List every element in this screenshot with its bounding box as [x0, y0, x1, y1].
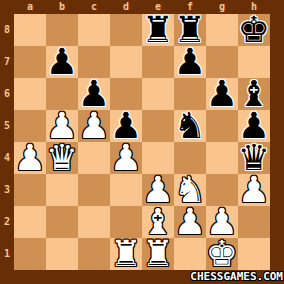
black-king[interactable]: ♚	[238, 14, 270, 46]
chessgames-watermark: CHESSGAMES.COM	[190, 271, 283, 283]
square-b2[interactable]	[46, 206, 78, 238]
chess-board-frame: abcdefgh 87654321 ♜♜♚♟♟♟♟♝♟♟♟♞♟♟♛♟♛♟♞♟♝♟…	[0, 0, 284, 284]
black-pawn[interactable]: ♟	[46, 46, 78, 78]
square-e7[interactable]	[142, 46, 174, 78]
square-e8[interactable]: ♜	[142, 14, 174, 46]
square-d3[interactable]	[110, 174, 142, 206]
rank-label-4: 4	[0, 142, 14, 174]
square-g4[interactable]	[206, 142, 238, 174]
square-c2[interactable]	[78, 206, 110, 238]
square-a7[interactable]	[14, 46, 46, 78]
file-label-g: g	[206, 0, 238, 14]
rank-labels: 87654321	[0, 14, 14, 270]
square-a6[interactable]	[14, 78, 46, 110]
square-b1[interactable]	[46, 238, 78, 270]
square-c4[interactable]	[78, 142, 110, 174]
square-h1[interactable]	[238, 238, 270, 270]
square-e5[interactable]	[142, 110, 174, 142]
square-f5[interactable]: ♞	[174, 110, 206, 142]
square-d7[interactable]	[110, 46, 142, 78]
square-g1[interactable]: ♚	[206, 238, 238, 270]
square-g5[interactable]	[206, 110, 238, 142]
rank-label-5: 5	[0, 110, 14, 142]
square-b7[interactable]: ♟	[46, 46, 78, 78]
white-pawn[interactable]: ♟	[78, 110, 110, 142]
square-a4[interactable]: ♟	[14, 142, 46, 174]
white-pawn[interactable]: ♟	[238, 174, 270, 206]
square-f2[interactable]: ♟	[174, 206, 206, 238]
rank-label-8: 8	[0, 14, 14, 46]
black-knight[interactable]: ♞	[174, 110, 206, 142]
square-b4[interactable]: ♛	[46, 142, 78, 174]
square-g8[interactable]	[206, 14, 238, 46]
white-pawn[interactable]: ♟	[110, 142, 142, 174]
white-rook[interactable]: ♜	[110, 238, 142, 270]
white-pawn[interactable]: ♟	[14, 142, 46, 174]
chess-board: ♜♜♚♟♟♟♟♝♟♟♟♞♟♟♛♟♛♟♞♟♝♟♟♜♜♚	[14, 14, 270, 270]
square-a2[interactable]	[14, 206, 46, 238]
white-queen[interactable]: ♛	[46, 142, 78, 174]
square-e1[interactable]: ♜	[142, 238, 174, 270]
square-f1[interactable]	[174, 238, 206, 270]
square-g6[interactable]: ♟	[206, 78, 238, 110]
rank-label-3: 3	[0, 174, 14, 206]
square-d1[interactable]: ♜	[110, 238, 142, 270]
black-pawn[interactable]: ♟	[174, 46, 206, 78]
file-label-d: d	[110, 0, 142, 14]
square-b3[interactable]	[46, 174, 78, 206]
square-h2[interactable]	[238, 206, 270, 238]
square-c8[interactable]	[78, 14, 110, 46]
white-rook[interactable]: ♜	[142, 238, 174, 270]
file-label-c: c	[78, 0, 110, 14]
file-label-b: b	[46, 0, 78, 14]
square-a3[interactable]	[14, 174, 46, 206]
square-d8[interactable]	[110, 14, 142, 46]
rank-label-1: 1	[0, 238, 14, 270]
square-f7[interactable]: ♟	[174, 46, 206, 78]
black-rook[interactable]: ♜	[142, 14, 174, 46]
square-a8[interactable]	[14, 14, 46, 46]
file-label-a: a	[14, 0, 46, 14]
square-e6[interactable]	[142, 78, 174, 110]
white-pawn[interactable]: ♟	[174, 206, 206, 238]
rank-label-6: 6	[0, 78, 14, 110]
square-d4[interactable]: ♟	[110, 142, 142, 174]
square-c1[interactable]	[78, 238, 110, 270]
square-c5[interactable]: ♟	[78, 110, 110, 142]
square-a1[interactable]	[14, 238, 46, 270]
white-king[interactable]: ♚	[206, 238, 238, 270]
square-c3[interactable]	[78, 174, 110, 206]
rank-label-2: 2	[0, 206, 14, 238]
square-h3[interactable]: ♟	[238, 174, 270, 206]
rank-label-7: 7	[0, 46, 14, 78]
square-h8[interactable]: ♚	[238, 14, 270, 46]
black-pawn[interactable]: ♟	[206, 78, 238, 110]
